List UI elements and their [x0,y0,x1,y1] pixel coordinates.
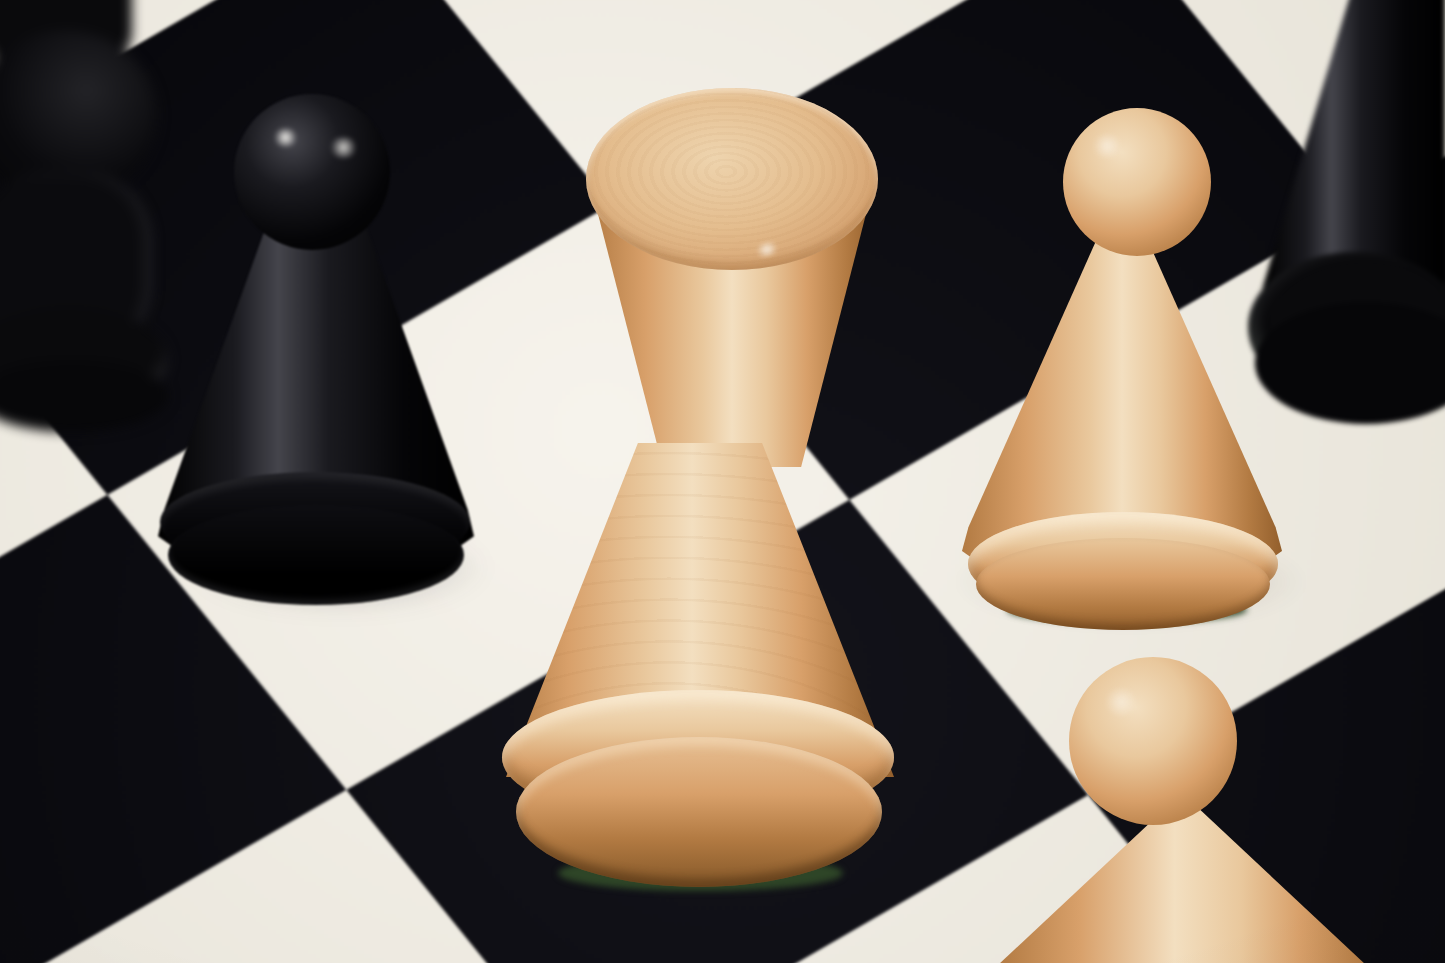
piece-black-pawn-e4[interactable] [150,80,490,625]
pawn-base [976,538,1270,630]
pawn-ball [1063,108,1211,256]
king-base [516,737,882,887]
pawn-cone [998,810,1366,963]
specular-highlight [1103,688,1139,716]
king-top-grain [586,88,878,270]
specular-highlight [272,128,299,147]
pawn-ball [1069,657,1237,825]
piece-white-king-e3[interactable] [495,85,905,895]
pawn-base [168,505,464,605]
rook-base-skirt [0,360,168,432]
specular-highlight [328,137,359,158]
piece-white-pawn-e2[interactable] [985,650,1385,963]
specular-highlight [1091,134,1123,158]
chessboard-photo-scene [0,0,1445,963]
piece-white-pawn-f3[interactable] [945,100,1335,650]
pawn-ball [234,94,390,250]
